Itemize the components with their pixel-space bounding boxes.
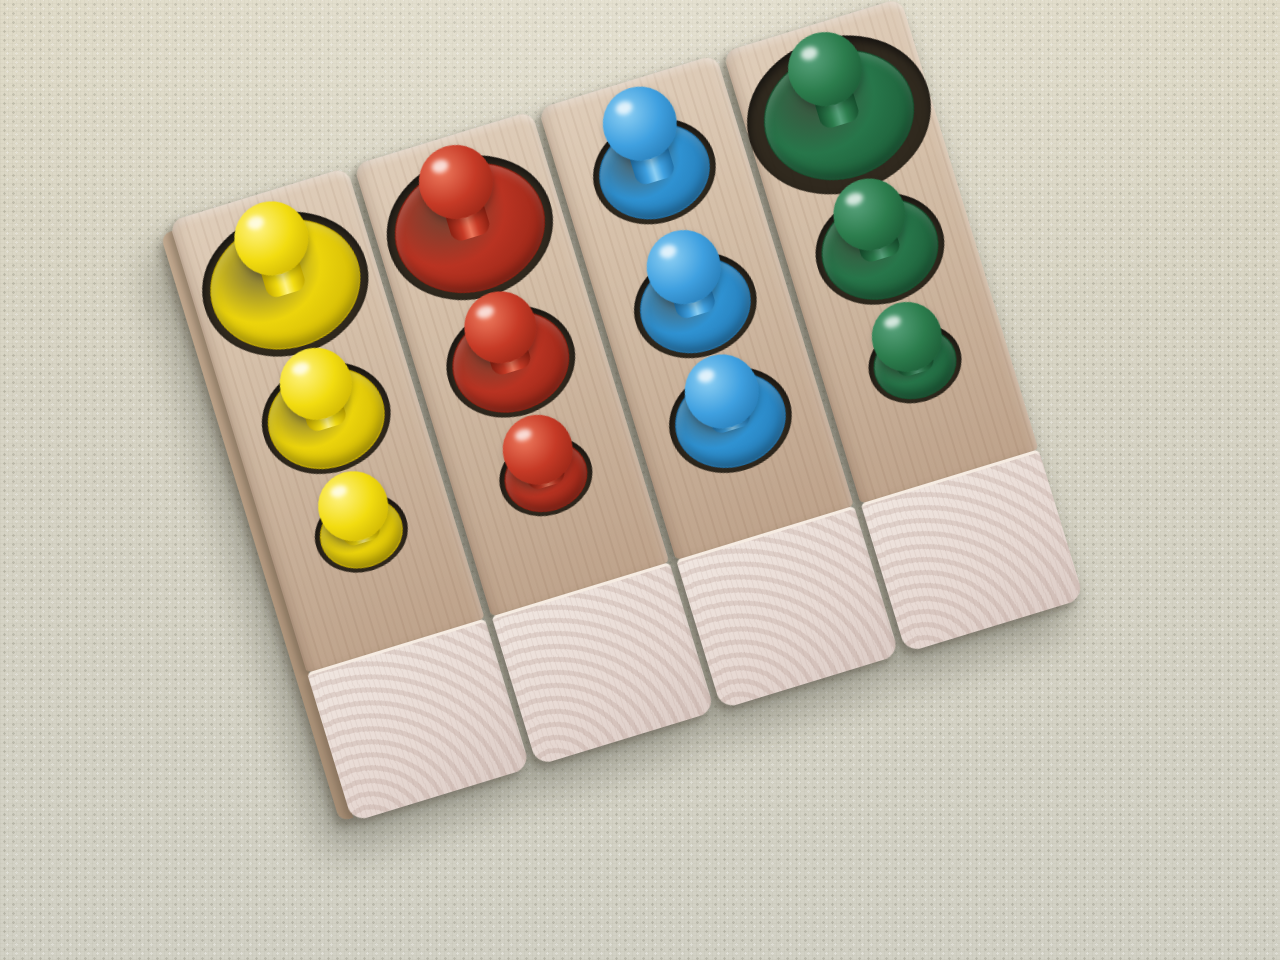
table-surface [0, 0, 1280, 960]
knob-highlight [290, 360, 310, 377]
knob-highlight [844, 191, 864, 208]
knob-highlight [882, 314, 902, 330]
knob-highlight [513, 427, 533, 443]
knob-highlight [696, 367, 717, 384]
knob-highlight [430, 158, 451, 175]
cylinder-blocks-assembly [169, 0, 1084, 822]
knob-highlight [245, 214, 266, 231]
knob-highlight [658, 243, 679, 260]
knob-highlight [329, 483, 349, 499]
knob-highlight [614, 99, 635, 116]
knob-highlight [475, 304, 495, 321]
knob-highlight [799, 45, 820, 62]
